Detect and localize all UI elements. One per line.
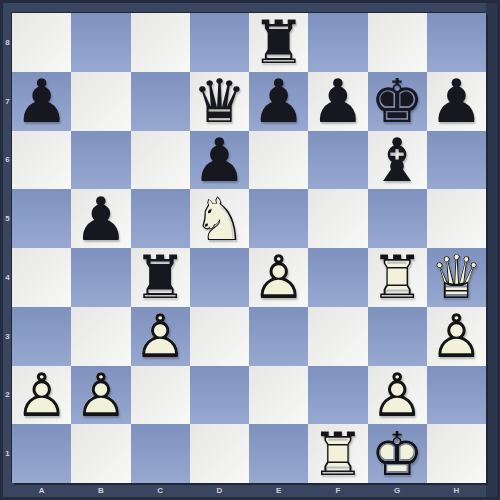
square-d4[interactable]	[190, 248, 249, 307]
rank-label-7: 7	[3, 72, 12, 131]
piece-fill: ♟	[249, 72, 308, 131]
piece-fill: ♟	[190, 131, 249, 190]
square-c4[interactable]: ♜	[131, 248, 190, 307]
piece-fill: ♜	[131, 248, 190, 307]
file-label-f: F	[308, 483, 367, 497]
file-label-g: G	[368, 483, 427, 497]
square-d6[interactable]: ♟	[190, 131, 249, 190]
rank-label-5: 5	[3, 189, 12, 248]
square-d5[interactable]: ♞♘	[190, 189, 249, 248]
square-d1[interactable]	[190, 424, 249, 483]
square-f2[interactable]	[308, 366, 367, 425]
square-c7[interactable]	[131, 72, 190, 131]
square-f4[interactable]	[308, 248, 367, 307]
white-pawn-icon[interactable]: ♟♙	[368, 366, 427, 425]
piece-outline: ♙	[368, 366, 427, 425]
white-rook-icon[interactable]: ♜♖	[368, 248, 427, 307]
white-pawn-icon[interactable]: ♟♙	[249, 248, 308, 307]
file-labels: ABCDEFGH	[12, 483, 486, 497]
square-f3[interactable]	[308, 307, 367, 366]
square-a5[interactable]	[12, 189, 71, 248]
square-g7[interactable]: ♚	[368, 72, 427, 131]
square-a8[interactable]	[12, 13, 71, 72]
white-pawn-icon[interactable]: ♟♙	[71, 366, 130, 425]
square-e5[interactable]	[249, 189, 308, 248]
square-h2[interactable]	[427, 366, 486, 425]
square-h5[interactable]	[427, 189, 486, 248]
square-g2[interactable]: ♟♙	[368, 366, 427, 425]
white-king-icon[interactable]: ♚♔	[368, 424, 427, 483]
rank-label-4: 4	[3, 248, 12, 307]
white-pawn-icon[interactable]: ♟♙	[131, 307, 190, 366]
square-f7[interactable]: ♟	[308, 72, 367, 131]
black-pawn-icon[interactable]: ♟	[308, 72, 367, 131]
square-c1[interactable]	[131, 424, 190, 483]
piece-outline: ♖	[368, 248, 427, 307]
piece-fill: ♚	[368, 72, 427, 131]
piece-outline: ♙	[427, 307, 486, 366]
white-knight-icon[interactable]: ♞♘	[190, 189, 249, 248]
piece-outline: ♙	[249, 248, 308, 307]
square-b3[interactable]	[71, 307, 130, 366]
square-a4[interactable]	[12, 248, 71, 307]
rank-label-8: 8	[3, 13, 12, 72]
black-bishop-icon[interactable]: ♝	[368, 131, 427, 190]
white-rook-icon[interactable]: ♜♖	[308, 424, 367, 483]
black-rook-icon[interactable]: ♜	[249, 13, 308, 72]
square-f6[interactable]	[308, 131, 367, 190]
piece-outline: ♙	[12, 366, 71, 425]
file-label-b: B	[71, 483, 130, 497]
black-rook-icon[interactable]: ♜	[131, 248, 190, 307]
square-c2[interactable]	[131, 366, 190, 425]
black-pawn-icon[interactable]: ♟	[427, 72, 486, 131]
black-pawn-icon[interactable]: ♟	[71, 189, 130, 248]
piece-fill: ♟	[427, 72, 486, 131]
square-b2[interactable]: ♟♙	[71, 366, 130, 425]
chess-board-frame: 87654321 ABCDEFGH ♜♟♛♟♟♚♟♟♝♟♞♘♜♟♙♜♖♛♕♟♙♟…	[0, 0, 500, 500]
white-pawn-icon[interactable]: ♟♙	[427, 307, 486, 366]
square-b1[interactable]	[71, 424, 130, 483]
square-e1[interactable]	[249, 424, 308, 483]
rank-labels: 87654321	[3, 13, 12, 483]
square-h7[interactable]: ♟	[427, 72, 486, 131]
square-c8[interactable]	[131, 13, 190, 72]
square-h4[interactable]: ♛♕	[427, 248, 486, 307]
square-e2[interactable]	[249, 366, 308, 425]
square-g1[interactable]: ♚♔	[368, 424, 427, 483]
file-label-c: C	[131, 483, 190, 497]
square-d2[interactable]	[190, 366, 249, 425]
square-d8[interactable]	[190, 13, 249, 72]
black-pawn-icon[interactable]: ♟	[249, 72, 308, 131]
square-e7[interactable]: ♟	[249, 72, 308, 131]
square-h6[interactable]	[427, 131, 486, 190]
square-h3[interactable]: ♟♙	[427, 307, 486, 366]
piece-outline: ♘	[190, 189, 249, 248]
black-queen-icon[interactable]: ♛	[190, 72, 249, 131]
piece-fill: ♛	[190, 72, 249, 131]
square-e8[interactable]: ♜	[249, 13, 308, 72]
square-g4[interactable]: ♜♖	[368, 248, 427, 307]
square-g6[interactable]: ♝	[368, 131, 427, 190]
square-g3[interactable]	[368, 307, 427, 366]
piece-outline: ♙	[131, 307, 190, 366]
file-label-h: H	[427, 483, 486, 497]
piece-fill: ♝	[368, 131, 427, 190]
piece-outline: ♙	[71, 366, 130, 425]
rank-label-2: 2	[3, 366, 12, 425]
square-e6[interactable]	[249, 131, 308, 190]
chess-board: ♜♟♛♟♟♚♟♟♝♟♞♘♜♟♙♜♖♛♕♟♙♟♙♟♙♟♙♟♙♜♖♚♔	[12, 13, 486, 483]
square-b7[interactable]	[71, 72, 130, 131]
square-a6[interactable]	[12, 131, 71, 190]
square-f5[interactable]	[308, 189, 367, 248]
square-d7[interactable]: ♛	[190, 72, 249, 131]
square-f8[interactable]	[308, 13, 367, 72]
square-c3[interactable]: ♟♙	[131, 307, 190, 366]
square-e4[interactable]: ♟♙	[249, 248, 308, 307]
piece-fill: ♟	[71, 189, 130, 248]
piece-outline: ♕	[427, 248, 486, 307]
piece-outline: ♔	[368, 424, 427, 483]
square-b8[interactable]	[71, 13, 130, 72]
black-pawn-icon[interactable]: ♟	[12, 72, 71, 131]
square-h1[interactable]	[427, 424, 486, 483]
square-a3[interactable]	[12, 307, 71, 366]
square-e3[interactable]	[249, 307, 308, 366]
black-pawn-icon[interactable]: ♟	[190, 131, 249, 190]
rank-label-3: 3	[3, 307, 12, 366]
white-queen-icon[interactable]: ♛♕	[427, 248, 486, 307]
piece-fill: ♟	[12, 72, 71, 131]
square-a1[interactable]	[12, 424, 71, 483]
square-a7[interactable]: ♟	[12, 72, 71, 131]
piece-outline: ♖	[308, 424, 367, 483]
square-b6[interactable]	[71, 131, 130, 190]
square-c6[interactable]	[131, 131, 190, 190]
square-b4[interactable]	[71, 248, 130, 307]
rank-label-6: 6	[3, 131, 12, 190]
square-h8[interactable]	[427, 13, 486, 72]
rank-label-1: 1	[3, 424, 12, 483]
square-d3[interactable]	[190, 307, 249, 366]
square-g5[interactable]	[368, 189, 427, 248]
file-label-e: E	[249, 483, 308, 497]
square-f1[interactable]: ♜♖	[308, 424, 367, 483]
square-g8[interactable]	[368, 13, 427, 72]
square-b5[interactable]: ♟	[71, 189, 130, 248]
piece-fill: ♟	[308, 72, 367, 131]
square-c5[interactable]	[131, 189, 190, 248]
white-pawn-icon[interactable]: ♟♙	[12, 366, 71, 425]
file-label-d: D	[190, 483, 249, 497]
square-a2[interactable]: ♟♙	[12, 366, 71, 425]
file-label-a: A	[12, 483, 71, 497]
black-king-icon[interactable]: ♚	[368, 72, 427, 131]
piece-fill: ♜	[249, 13, 308, 72]
